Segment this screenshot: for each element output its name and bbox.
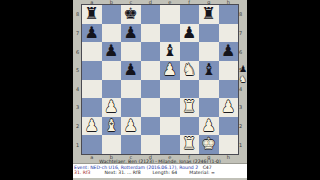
square-g1[interactable]: ♚ [199,135,219,154]
square-f4[interactable] [180,80,200,99]
eco-code: C47 [203,165,212,170]
white-knight-f5[interactable]: ♞ [180,61,200,80]
rank-label-8: 8 [239,5,244,24]
black-pawn-b6[interactable]: ♟ [102,42,122,61]
black-bishop-g5[interactable]: ♝ [199,61,219,80]
square-b1[interactable] [102,135,122,154]
square-b5[interactable] [102,61,122,80]
square-d8[interactable] [141,5,161,24]
square-g7[interactable] [199,24,219,43]
chess-board[interactable]: ♜♚♜♟♟♟♟♝♟♟♟♞♝♟♜♟♟♝♟♟♜♚ [82,5,238,154]
square-a6[interactable] [82,42,102,61]
black-pawn-c5[interactable]: ♟ [121,61,141,80]
white-bishop-b2[interactable]: ♝ [102,117,122,136]
square-g5[interactable]: ♝ [199,61,219,80]
square-g2[interactable]: ♟ [199,117,219,136]
square-b2[interactable]: ♝ [102,117,122,136]
square-a1[interactable] [82,135,102,154]
square-c3[interactable] [121,98,141,117]
square-b3[interactable]: ♟ [102,98,122,117]
square-h8[interactable] [219,5,239,24]
black-rook-a8[interactable]: ♜ [82,5,102,24]
current-move-label: 31. Rf3 [74,170,91,175]
square-e2[interactable] [160,117,180,136]
square-c1[interactable] [121,135,141,154]
square-a5[interactable] [82,61,102,80]
square-e5[interactable]: ♟ [160,61,180,80]
rank-label-3: 3 [239,98,244,117]
square-c2[interactable]: ♟ [121,117,141,136]
black-pawn-a7[interactable]: ♟ [82,24,102,43]
white-pawn-h3[interactable]: ♟ [219,98,239,117]
square-f8[interactable] [180,5,200,24]
square-d2[interactable] [141,117,161,136]
square-e3[interactable] [160,98,180,117]
square-a7[interactable]: ♟ [82,24,102,43]
square-a2[interactable]: ♟ [82,117,102,136]
next-move-label: Next: 31. ... Rf8 [105,170,141,175]
square-e1[interactable] [160,135,180,154]
rank-label-1: 1 [239,135,244,154]
square-c5[interactable]: ♟ [121,61,141,80]
square-d5[interactable] [141,61,161,80]
square-h1[interactable] [219,135,239,154]
square-f6[interactable] [180,42,200,61]
game-length-label: Length: 64 [153,170,178,175]
event-line: Event: NED-ch U16, Rotterdam (2016.06.17… [74,165,246,170]
black-pawn-c7[interactable]: ♟ [121,24,141,43]
square-h4[interactable] [219,80,239,99]
letterbox-left [0,0,73,180]
video-frame: abcdefgh 87654321 ♜♚♜♟♟♟♟♝♟♟♟♞♝♟♜♟♟♝♟♟♜♚… [0,0,320,180]
white-pawn-g2[interactable]: ♟ [199,117,219,136]
square-b7[interactable] [102,24,122,43]
square-h3[interactable]: ♟ [219,98,239,117]
square-d3[interactable] [141,98,161,117]
white-knight-icon: ♞ [239,74,247,84]
square-e8[interactable] [160,5,180,24]
square-g8[interactable]: ♜ [199,5,219,24]
white-pawn-b3[interactable]: ♟ [102,98,122,117]
black-bishop-e6[interactable]: ♝ [160,42,180,61]
square-f5[interactable]: ♞ [180,61,200,80]
square-c7[interactable]: ♟ [121,24,141,43]
square-b8[interactable] [102,5,122,24]
status-line: 31. Rf3 Next: 31. ... Rf8 Length: 64 Mat… [74,170,246,175]
square-h5[interactable] [219,61,239,80]
material-label: Material: = [189,170,215,175]
black-king-c8[interactable]: ♚ [121,5,141,24]
square-c4[interactable] [121,80,141,99]
white-rook-f3[interactable]: ♜ [180,98,200,117]
square-b6[interactable]: ♟ [102,42,122,61]
square-g3[interactable] [199,98,219,117]
square-h7[interactable] [219,24,239,43]
event-text: Event: NED-ch U16, Rotterdam (2016.06.17… [74,165,198,170]
game-info-box: Event: NED-ch U16, Rotterdam (2016.06.17… [73,163,247,178]
black-pawn-icon: ♟ [239,64,247,74]
black-pawn-f7[interactable]: ♟ [180,24,200,43]
square-e4[interactable] [160,80,180,99]
square-a3[interactable] [82,98,102,117]
square-a8[interactable]: ♜ [82,5,102,24]
square-e6[interactable]: ♝ [160,42,180,61]
square-d7[interactable] [141,24,161,43]
rank-label-7: 7 [239,24,244,43]
white-pawn-e5[interactable]: ♟ [160,61,180,80]
square-f7[interactable]: ♟ [180,24,200,43]
square-h2[interactable] [219,117,239,136]
square-e7[interactable] [160,24,180,43]
square-c8[interactable]: ♚ [121,5,141,24]
square-f1[interactable]: ♜ [180,135,200,154]
square-a4[interactable] [82,80,102,99]
black-rook-g8[interactable]: ♜ [199,5,219,24]
square-h6[interactable]: ♟ [219,42,239,61]
square-d1[interactable] [141,135,161,154]
square-b4[interactable] [102,80,122,99]
white-pawn-c2[interactable]: ♟ [121,117,141,136]
white-rook-f1[interactable]: ♜ [180,135,200,154]
letterbox-right [247,0,320,180]
square-g6[interactable] [199,42,219,61]
square-c6[interactable] [121,42,141,61]
black-pawn-h6[interactable]: ♟ [219,42,239,61]
square-f3[interactable]: ♜ [180,98,200,117]
rank-label-6: 6 [239,42,244,61]
square-d4[interactable] [141,80,161,99]
square-d6[interactable] [141,42,161,61]
white-pawn-a2[interactable]: ♟ [82,117,102,136]
rank-label-2: 2 [239,117,244,136]
chess-app-content: abcdefgh 87654321 ♜♚♜♟♟♟♟♝♟♟♟♞♝♟♜♟♟♝♟♟♜♚… [73,0,247,180]
white-king-g1[interactable]: ♚ [199,135,219,154]
square-g4[interactable] [199,80,219,99]
board-frame: ♜♚♜♟♟♟♟♝♟♟♟♞♝♟♜♟♟♝♟♟♜♚ [81,4,239,155]
square-f2[interactable] [180,117,200,136]
